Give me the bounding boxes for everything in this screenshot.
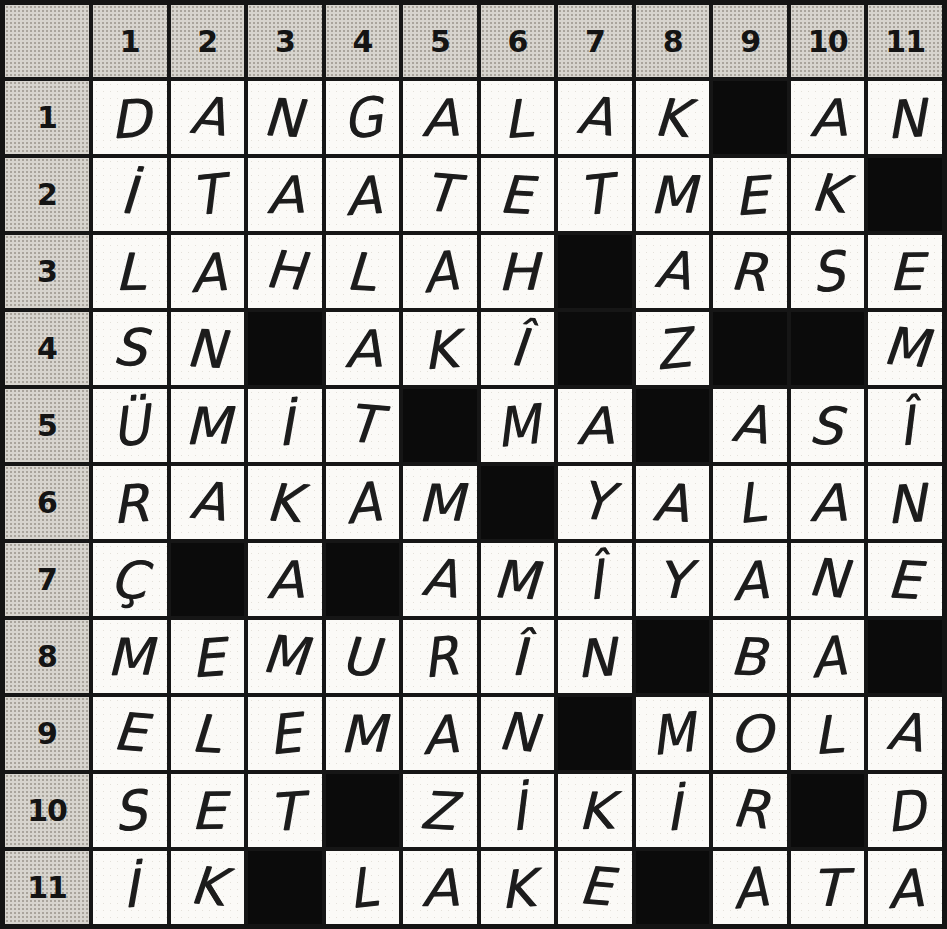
letter-r9c9: O [728,708,772,760]
letter-r2c2: T [189,166,225,223]
cell-r8c5[interactable]: R [403,620,477,693]
letter-r7c5: A [420,550,460,605]
cell-r11c11[interactable]: A [868,851,942,924]
cell-r2c4[interactable]: A [326,158,400,231]
letter-r4c1: S [111,319,148,374]
letter-r4c2: N [185,321,227,375]
cell-r6c5[interactable]: M [403,466,477,539]
letter-r9c4: M [338,708,386,760]
cell-r6c3[interactable]: K [248,466,322,539]
cell-r8c9[interactable]: B [713,620,787,693]
cell-r9c3[interactable]: E [248,697,322,770]
cell-r5c11[interactable]: Î [868,389,942,462]
col-header-9: 9 [713,5,787,77]
letter-r10c2: E [190,785,225,837]
letter-r5c11: Î [895,398,915,453]
block-r7c4 [326,543,400,616]
cell-r11c2[interactable]: K [171,851,245,924]
letter-r4c8: Z [653,320,693,377]
cell-r1c5[interactable]: A [403,81,477,154]
letter-r2c5: T [422,165,458,220]
letter-r5c9: A [730,396,770,451]
block-r11c8 [636,851,710,924]
letter-r6c9: L [733,474,767,531]
cell-r5c2[interactable]: M [171,389,245,462]
letter-r9c8: M [648,704,697,762]
row-header-11: 11 [5,851,89,924]
letter-r7c3: A [266,554,304,606]
cell-r10c7[interactable]: K [558,774,632,847]
cell-r9c11[interactable]: A [868,697,942,770]
letter-r5c3: İ [275,400,294,453]
cell-r10c5[interactable]: Z [403,774,477,847]
letter-r4c4: A [343,323,381,375]
letter-r11c11: A [886,861,925,915]
cell-r10c6[interactable]: İ [481,774,555,847]
letter-r1c4: G [340,89,385,147]
letter-r6c11: N [884,476,926,531]
cell-r1c1[interactable]: D [93,81,167,154]
cell-r11c1[interactable]: İ [93,851,167,924]
letter-r11c1: İ [120,862,139,915]
letter-r6c7: Y [577,473,613,528]
cell-r8c2[interactable]: E [171,620,245,693]
cell-r8c1[interactable]: M [93,620,167,693]
letter-r5c1: Ü [109,397,151,455]
cell-r8c6[interactable]: Î [481,620,555,693]
letter-r3c1: L [114,246,145,297]
letter-r7c10: N [806,550,849,605]
cell-r1c4[interactable]: G [326,81,400,154]
letter-r6c2: A [187,473,227,528]
cell-r7c10[interactable]: N [791,543,865,616]
block-r8c8 [636,620,710,693]
block-r4c10 [791,312,865,385]
cell-r5c1[interactable]: Ü [93,389,167,462]
letter-r10c8: İ [663,785,682,838]
letter-r11c9: A [730,859,770,916]
cell-r1c11[interactable]: N [868,81,942,154]
letter-r8c7: N [574,630,616,685]
letter-r9c2: L [189,707,221,760]
cell-r3c9[interactable]: R [713,235,787,308]
letter-r2c8: M [649,169,697,221]
letter-r9c6: N [496,704,539,759]
letter-r3c6: H [497,246,539,298]
letter-r2c9: E [732,168,768,222]
cell-r5c3[interactable]: İ [248,389,322,462]
block-r10c4 [326,774,400,847]
letter-r3c3: H [263,242,306,297]
col-header-3: 3 [248,5,322,77]
cell-r6c2[interactable]: A [171,466,245,539]
cell-r2c1[interactable]: İ [93,158,167,231]
block-r2c11 [868,158,942,231]
cell-r2c3[interactable]: A [248,158,322,231]
cell-r7c11[interactable]: E [868,543,942,616]
cell-r9c10[interactable]: L [791,697,865,770]
cell-r8c10[interactable]: A [791,620,865,693]
letter-r5c4: T [344,396,380,451]
letter-r1c5: A [421,92,459,144]
cell-r6c4[interactable]: A [326,466,400,539]
cell-r1c3[interactable]: N [248,81,322,154]
block-r5c8 [636,389,710,462]
cell-r11c6[interactable]: K [481,851,555,924]
cell-r4c11[interactable]: M [868,312,942,385]
block-r3c7 [558,235,632,308]
letter-r10c6: İ [507,783,527,838]
cell-r10c8[interactable]: İ [636,774,710,847]
cell-r2c6[interactable]: E [481,158,555,231]
col-header-8: 8 [636,5,710,77]
col-header-2: 2 [171,5,245,77]
cell-r9c4[interactable]: M [326,697,400,770]
cell-r2c2[interactable]: T [171,158,245,231]
cell-r6c7[interactable]: Y [558,466,632,539]
letter-r1c8: K [652,91,689,145]
letter-r8c6: Î [509,631,526,682]
letter-r2c1: İ [119,168,137,221]
row-header-2: 2 [5,158,89,231]
block-r1c9 [713,81,787,154]
cell-r11c5[interactable]: A [403,851,477,924]
letter-r3c4: L [345,245,377,298]
cell-r7c1[interactable]: Ç [93,543,167,616]
letter-r10c7: K [577,785,614,837]
block-r9c7 [558,697,632,770]
cell-r1c6[interactable]: L [481,81,555,154]
letter-r7c1: Ç [108,552,147,606]
letter-r2c10: K [809,165,848,220]
cell-r9c2[interactable]: L [171,697,245,770]
block-r10c10 [791,774,865,847]
letter-r3c10: S [809,243,847,300]
letter-r8c10: A [808,628,848,685]
cell-r3c2[interactable]: A [171,235,245,308]
letter-r7c11: E [885,553,921,607]
cell-r10c1[interactable]: S [93,774,167,847]
cell-r7c3[interactable]: A [248,543,322,616]
letter-r2c7: T [577,166,613,223]
cell-r11c7[interactable]: E [558,851,632,924]
cell-r6c8[interactable]: A [636,466,710,539]
letter-r8c2: E [189,630,225,684]
cell-r1c7[interactable]: A [558,81,632,154]
cell-r1c10[interactable]: A [791,81,865,154]
cell-r3c10[interactable]: S [791,235,865,308]
letter-r6c10: A [809,477,847,529]
cell-r8c4[interactable]: U [326,620,400,693]
letter-r9c3: E [266,705,303,762]
cell-r3c8[interactable]: A [636,235,710,308]
letter-r7c7: Î [585,552,605,607]
cell-r2c9[interactable]: E [713,158,787,231]
cell-r3c3[interactable]: H [248,235,322,308]
letter-r3c8: A [653,242,693,297]
col-header-10: 10 [791,5,865,77]
col-header-7: 7 [558,5,632,77]
letter-r1c3: N [262,90,304,144]
cell-r2c10[interactable]: K [791,158,865,231]
col-header-6: 6 [481,5,555,77]
cell-r11c9[interactable]: A [713,851,787,924]
letter-r2c6: E [498,168,534,222]
cell-r7c6[interactable]: M [481,543,555,616]
cell-r4c4[interactable]: A [326,312,400,385]
row-header-6: 6 [5,466,89,539]
letter-r8c9: B [729,629,767,683]
cell-r2c8[interactable]: M [636,158,710,231]
letter-r4c11: M [881,319,930,375]
cell-r10c9[interactable]: R [713,774,787,847]
cell-r3c5[interactable]: A [403,235,477,308]
cell-r3c6[interactable]: H [481,235,555,308]
letter-r10c9: R [730,781,771,836]
letter-r2c4: A [343,168,382,222]
cell-r5c9[interactable]: A [713,389,787,462]
cell-r7c5[interactable]: A [403,543,477,616]
cell-r3c4[interactable]: L [326,235,400,308]
row-header-1: 1 [5,81,89,154]
letter-r6c5: M [416,477,464,529]
cell-r9c9[interactable]: O [713,697,787,770]
letter-r5c2: M [183,400,231,452]
cell-r11c10[interactable]: T [791,851,865,924]
letter-r11c2: K [188,858,227,913]
letter-r1c7: A [575,88,615,143]
letter-r3c2: A [188,245,227,299]
cell-r3c1[interactable]: L [93,235,167,308]
letter-r4c5: K [421,322,459,376]
row-header-4: 4 [5,312,89,385]
letter-r3c11: E [888,246,923,298]
cell-r9c6[interactable]: N [481,697,555,770]
cell-r7c9[interactable]: A [713,543,787,616]
letter-r2c3: A [266,169,304,221]
letter-r5c6: M [493,396,542,454]
cell-r6c10[interactable]: A [791,466,865,539]
block-r5c5 [403,389,477,462]
cell-r3c11[interactable]: E [868,235,942,308]
letter-r11c7: E [577,858,614,913]
col-header-5: 5 [403,5,477,77]
cell-r7c7[interactable]: Î [558,543,632,616]
letter-r11c10: T [811,862,845,914]
row-header-7: 7 [5,543,89,616]
letter-r11c5: A [421,862,459,914]
letter-r8c4: U [340,629,381,683]
cell-r9c1[interactable]: E [93,697,167,770]
cell-r4c1[interactable]: S [93,312,167,385]
letter-r8c5: R [420,628,461,685]
letter-r11c6: K [499,861,537,915]
col-header-4: 4 [326,5,400,77]
letter-r6c3: K [264,476,301,530]
letter-r1c11: N [884,91,926,146]
letter-r1c10: A [809,92,847,144]
cell-r6c11[interactable]: N [868,466,942,539]
letter-r8c1: M [106,631,154,683]
cell-r10c11[interactable]: D [868,774,942,847]
cell-r6c9[interactable]: L [713,466,787,539]
cell-r10c3[interactable]: T [248,774,322,847]
cell-r1c2[interactable]: A [171,81,245,154]
grid-corner [5,5,89,77]
row-header-9: 9 [5,697,89,770]
letter-r7c9: A [731,553,770,607]
col-header-11: 11 [868,5,942,77]
letter-r4c6: Î [508,320,528,373]
cell-r6c1[interactable]: R [93,466,167,539]
cell-r2c7[interactable]: T [558,158,632,231]
block-r7c2 [171,543,245,616]
cell-r10c2[interactable]: E [171,774,245,847]
cell-r4c2[interactable]: N [171,312,245,385]
row-header-3: 3 [5,235,89,308]
cell-r4c8[interactable]: Z [636,312,710,385]
cell-r4c6[interactable]: Î [481,312,555,385]
block-r4c3 [248,312,322,385]
letter-r9c1: E [111,704,148,759]
letter-r9c10: L [811,708,844,762]
cell-r5c4[interactable]: T [326,389,400,462]
letter-r9c11: A [885,704,925,759]
letter-r3c5: A [420,243,460,300]
letter-r9c5: A [420,707,459,761]
block-r4c9 [713,312,787,385]
block-r6c6 [481,466,555,539]
cell-r5c7[interactable]: A [558,389,632,462]
letter-r8c3: M [260,627,309,683]
cell-r5c10[interactable]: S [791,389,865,462]
block-r8c11 [868,620,942,693]
cell-r2c5[interactable]: T [403,158,477,231]
letter-r3c9: R [729,244,768,298]
cell-r11c4[interactable]: L [326,851,400,924]
cell-r9c8[interactable]: M [636,697,710,770]
cell-r5c6[interactable]: M [481,389,555,462]
letter-r6c8: A [651,475,689,529]
letter-r10c1: S [111,782,149,839]
letter-r1c1: D [108,91,152,146]
letter-r10c11: D [883,782,927,840]
col-header-1: 1 [93,5,167,77]
row-header-8: 8 [5,620,89,693]
letter-r10c3: T [267,784,302,838]
block-r4c7 [558,312,632,385]
letter-r10c5: Z [419,783,457,837]
letter-r1c6: L [501,92,534,146]
letter-r6c1: R [110,476,150,530]
cell-r1c8[interactable]: K [636,81,710,154]
row-header-10: 10 [5,774,89,847]
letter-r5c7: A [576,400,614,452]
letter-r6c4: A [342,474,382,531]
cell-r4c5[interactable]: K [403,312,477,385]
crossword-grid: 12345678910111DANGALAKAN2İTAATETMEK3LAHL… [0,0,947,929]
row-header-5: 5 [5,389,89,462]
cell-r8c3[interactable]: M [248,620,322,693]
cell-r8c7[interactable]: N [558,620,632,693]
cell-r7c8[interactable]: Y [636,543,710,616]
cell-r9c5[interactable]: A [403,697,477,770]
letter-r7c8: Y [655,554,689,606]
letter-r11c4: L [346,859,380,916]
block-r11c3 [248,851,322,924]
letter-r1c2: A [187,88,227,143]
letter-r5c10: S [808,399,844,453]
letter-r7c6: M [492,552,540,606]
